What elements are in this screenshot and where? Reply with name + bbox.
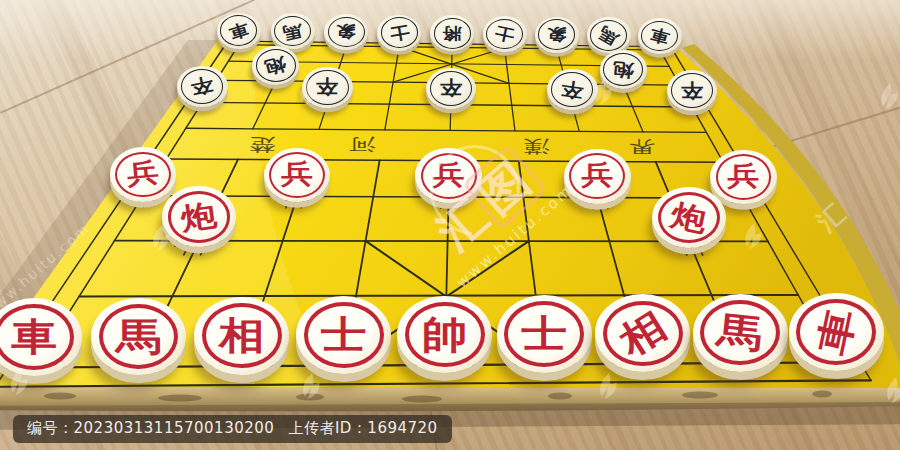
watermark-leaf-icon	[878, 82, 900, 114]
watermark-leaf-icon	[297, 78, 321, 110]
photo-scene: 楚河漢界 車馬象士將士象馬車炮炮卒卒卒卒卒兵兵兵兵兵炮炮車馬相士帥士相馬車 汇图…	[0, 0, 900, 450]
watermark-leaf-icon	[597, 372, 621, 404]
watermark-leaf-icon	[592, 78, 616, 110]
image-id-text: 编号：20230313115700130200	[27, 419, 274, 438]
watermark-leaf-icon	[300, 372, 324, 404]
watermark-leaf-icon	[150, 224, 174, 256]
caption-bar: 编号：20230313115700130200 上传者ID：1694720	[13, 415, 452, 443]
watermark-leaf-icon	[8, 368, 32, 400]
watermark-leaf-icon	[884, 376, 900, 408]
watermark-leaf-icon	[742, 222, 766, 254]
uploader-id-text: 上传者ID：1694720	[288, 419, 437, 438]
watermark-leaves-layer	[0, 0, 900, 450]
